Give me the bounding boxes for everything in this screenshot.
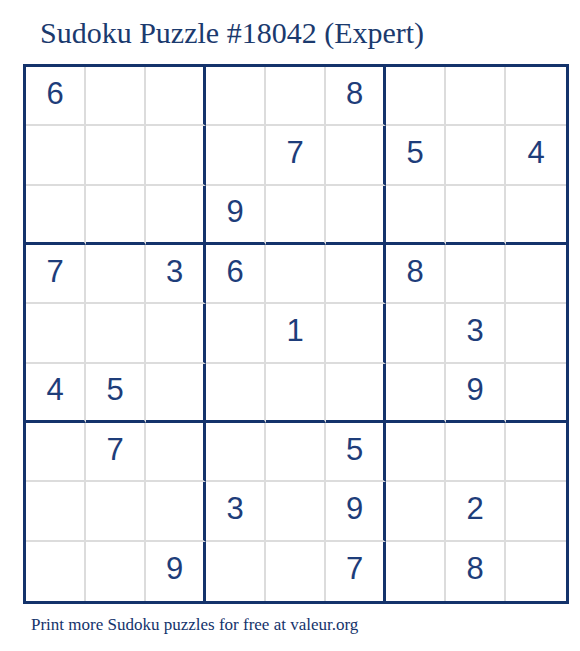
- sudoku-cell-r2c8[interactable]: [446, 126, 506, 185]
- sudoku-cell-r4c7[interactable]: 8: [386, 245, 446, 304]
- sudoku-cell-r7c4[interactable]: [206, 423, 266, 482]
- sudoku-board: 68754973681345975392978: [23, 64, 569, 604]
- sudoku-cell-r2c1[interactable]: [26, 126, 86, 185]
- sudoku-cell-r8c5[interactable]: [266, 482, 326, 541]
- sudoku-cell-r7c1[interactable]: [26, 423, 86, 482]
- sudoku-cell-r6c2[interactable]: 5: [86, 364, 146, 423]
- sudoku-cell-r3c8[interactable]: [446, 186, 506, 245]
- sudoku-cell-r1c8[interactable]: [446, 67, 506, 126]
- sudoku-cell-r3c3[interactable]: [146, 186, 206, 245]
- sudoku-cell-r9c6[interactable]: 7: [326, 542, 386, 601]
- sudoku-cell-r9c9[interactable]: [506, 542, 566, 601]
- sudoku-cell-r7c6[interactable]: 5: [326, 423, 386, 482]
- sudoku-cell-r5c6[interactable]: [326, 304, 386, 363]
- sudoku-cell-r6c6[interactable]: [326, 364, 386, 423]
- sudoku-cell-r9c3[interactable]: 9: [146, 542, 206, 601]
- sudoku-cell-r3c6[interactable]: [326, 186, 386, 245]
- sudoku-cell-r5c9[interactable]: [506, 304, 566, 363]
- sudoku-cell-r5c4[interactable]: [206, 304, 266, 363]
- sudoku-cell-r3c9[interactable]: [506, 186, 566, 245]
- sudoku-cell-r8c8[interactable]: 2: [446, 482, 506, 541]
- sudoku-cell-r7c5[interactable]: [266, 423, 326, 482]
- sudoku-cell-r6c3[interactable]: [146, 364, 206, 423]
- sudoku-cell-r2c4[interactable]: [206, 126, 266, 185]
- sudoku-cell-r6c5[interactable]: [266, 364, 326, 423]
- sudoku-cell-r2c6[interactable]: [326, 126, 386, 185]
- sudoku-cell-r4c2[interactable]: [86, 245, 146, 304]
- sudoku-cell-r8c9[interactable]: [506, 482, 566, 541]
- sudoku-cell-r6c7[interactable]: [386, 364, 446, 423]
- sudoku-cell-r1c5[interactable]: [266, 67, 326, 126]
- sudoku-cell-r5c5[interactable]: 1: [266, 304, 326, 363]
- sudoku-cell-r1c2[interactable]: [86, 67, 146, 126]
- sudoku-cell-r7c8[interactable]: [446, 423, 506, 482]
- sudoku-cell-r4c6[interactable]: [326, 245, 386, 304]
- sudoku-cell-r7c7[interactable]: [386, 423, 446, 482]
- sudoku-cell-r2c7[interactable]: 5: [386, 126, 446, 185]
- sudoku-cell-r1c9[interactable]: [506, 67, 566, 126]
- sudoku-cell-r6c1[interactable]: 4: [26, 364, 86, 423]
- sudoku-cell-r3c2[interactable]: [86, 186, 146, 245]
- sudoku-cell-r9c1[interactable]: [26, 542, 86, 601]
- footer-text: Print more Sudoku puzzles for free at va…: [31, 615, 358, 635]
- sudoku-cell-r4c8[interactable]: [446, 245, 506, 304]
- sudoku-cell-r5c1[interactable]: [26, 304, 86, 363]
- sudoku-cell-r1c7[interactable]: [386, 67, 446, 126]
- sudoku-cell-r8c1[interactable]: [26, 482, 86, 541]
- sudoku-cell-r9c4[interactable]: [206, 542, 266, 601]
- sudoku-cell-r5c8[interactable]: 3: [446, 304, 506, 363]
- sudoku-cell-r8c6[interactable]: 9: [326, 482, 386, 541]
- sudoku-cell-r9c2[interactable]: [86, 542, 146, 601]
- sudoku-cell-r6c8[interactable]: 9: [446, 364, 506, 423]
- sudoku-cell-r9c8[interactable]: 8: [446, 542, 506, 601]
- sudoku-cell-r4c5[interactable]: [266, 245, 326, 304]
- sudoku-page: Sudoku Puzzle #18042 (Expert) 6875497368…: [0, 0, 580, 651]
- sudoku-cell-r8c4[interactable]: 3: [206, 482, 266, 541]
- sudoku-cell-r7c3[interactable]: [146, 423, 206, 482]
- sudoku-cell-r2c2[interactable]: [86, 126, 146, 185]
- sudoku-cell-r8c7[interactable]: [386, 482, 446, 541]
- page-title: Sudoku Puzzle #18042 (Expert): [40, 16, 424, 50]
- sudoku-cell-r1c4[interactable]: [206, 67, 266, 126]
- sudoku-cell-r4c4[interactable]: 6: [206, 245, 266, 304]
- sudoku-cell-r4c9[interactable]: [506, 245, 566, 304]
- sudoku-cell-r1c3[interactable]: [146, 67, 206, 126]
- sudoku-cell-r6c9[interactable]: [506, 364, 566, 423]
- sudoku-cell-r3c7[interactable]: [386, 186, 446, 245]
- sudoku-cell-r3c4[interactable]: 9: [206, 186, 266, 245]
- sudoku-cell-r2c3[interactable]: [146, 126, 206, 185]
- sudoku-cell-r9c7[interactable]: [386, 542, 446, 601]
- sudoku-cell-r5c2[interactable]: [86, 304, 146, 363]
- sudoku-cell-r4c1[interactable]: 7: [26, 245, 86, 304]
- sudoku-cell-r1c1[interactable]: 6: [26, 67, 86, 126]
- sudoku-cell-r5c3[interactable]: [146, 304, 206, 363]
- sudoku-cell-r7c9[interactable]: [506, 423, 566, 482]
- sudoku-cell-r7c2[interactable]: 7: [86, 423, 146, 482]
- sudoku-cell-r2c9[interactable]: 4: [506, 126, 566, 185]
- sudoku-cell-r5c7[interactable]: [386, 304, 446, 363]
- sudoku-cell-r8c3[interactable]: [146, 482, 206, 541]
- sudoku-cell-r3c1[interactable]: [26, 186, 86, 245]
- sudoku-cell-r8c2[interactable]: [86, 482, 146, 541]
- sudoku-cell-r9c5[interactable]: [266, 542, 326, 601]
- sudoku-cell-r1c6[interactable]: 8: [326, 67, 386, 126]
- sudoku-cell-r2c5[interactable]: 7: [266, 126, 326, 185]
- sudoku-cell-r4c3[interactable]: 3: [146, 245, 206, 304]
- sudoku-cell-r6c4[interactable]: [206, 364, 266, 423]
- sudoku-cell-r3c5[interactable]: [266, 186, 326, 245]
